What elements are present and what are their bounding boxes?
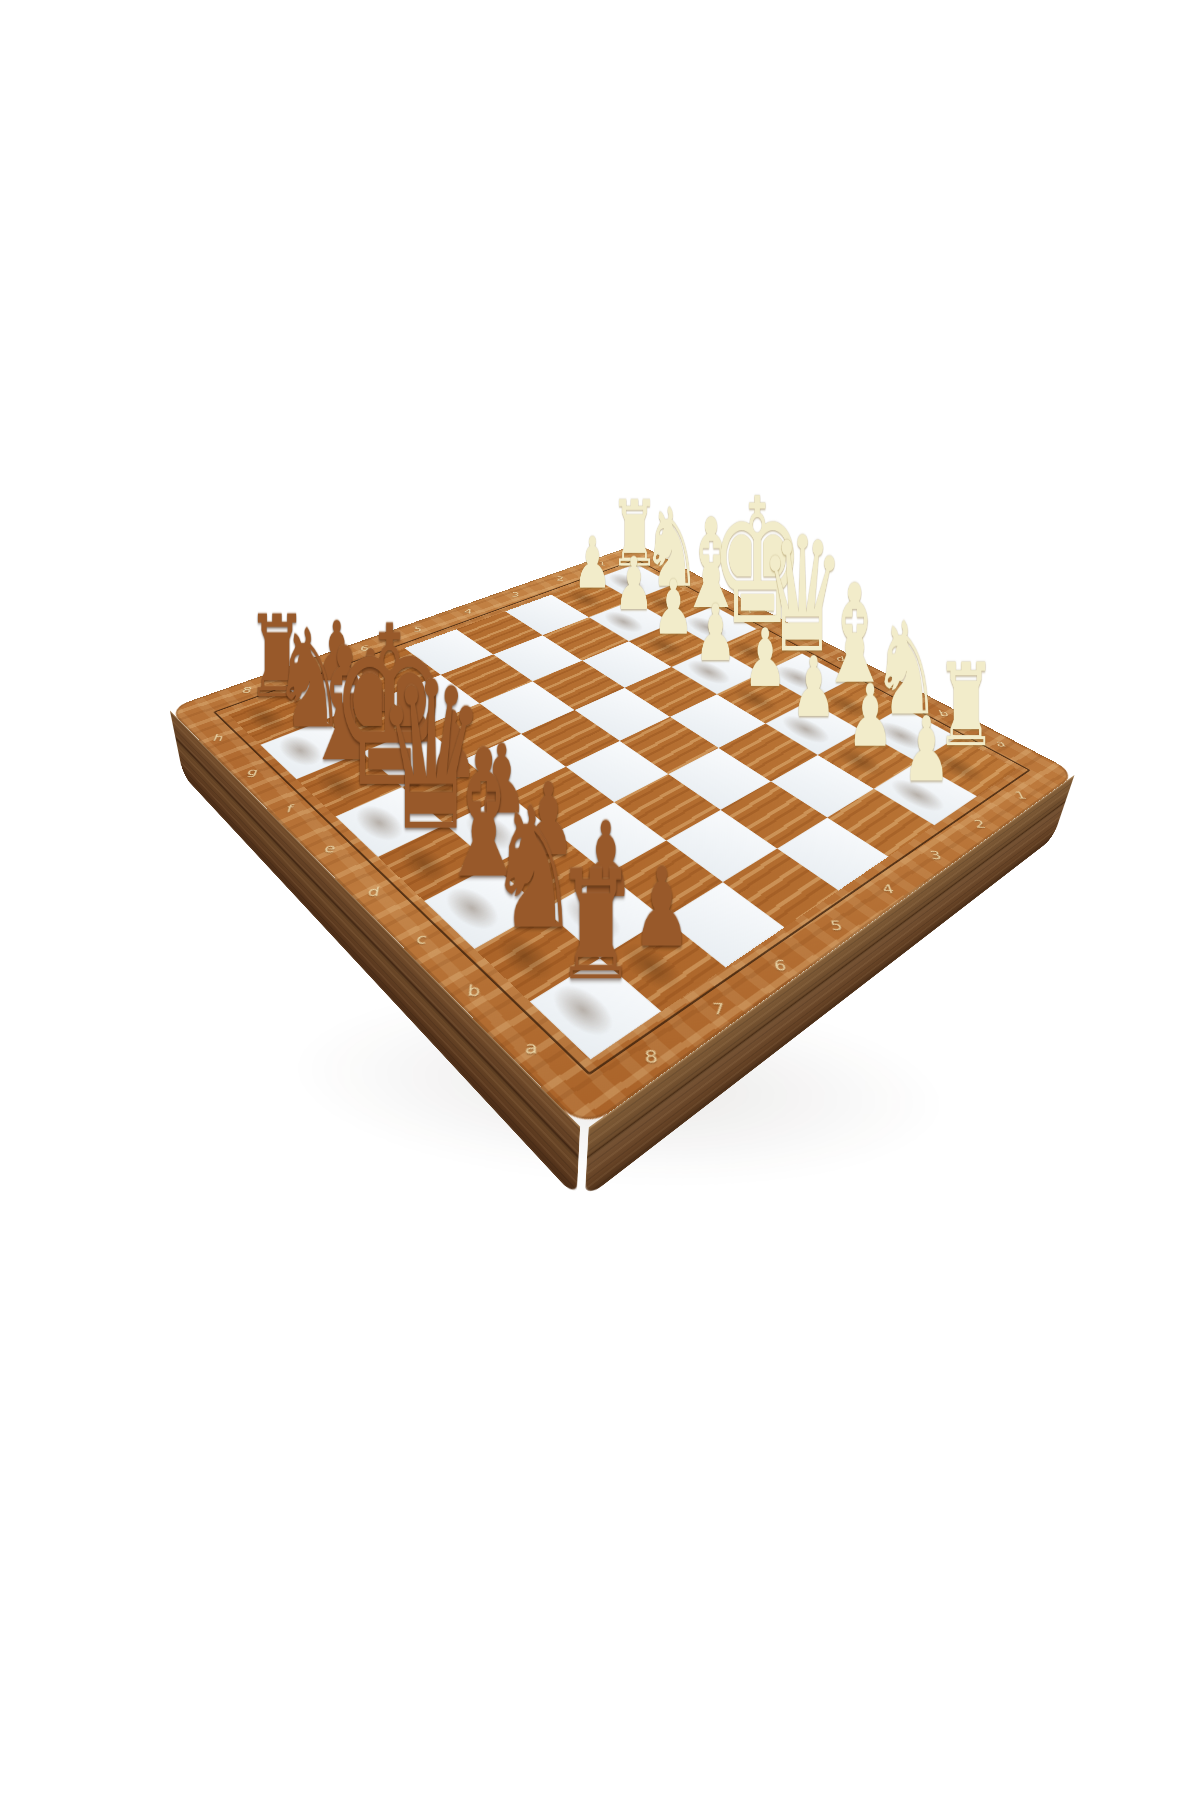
label-rank-7-lower-right-edge: 7 — [711, 1000, 726, 1019]
label-file-e-lower-left-edge: e — [323, 842, 337, 856]
label-file-g-lower-left-edge: g — [245, 766, 260, 778]
label-file-g-upper-right-edge: g — [704, 586, 713, 593]
label-rank-6-lower-right-edge: 6 — [772, 957, 787, 974]
label-rank-5-lower-right-edge: 5 — [829, 918, 845, 934]
label-file-h-upper-right-edge: h — [665, 565, 673, 572]
label-file-b-lower-left-edge: b — [467, 982, 481, 1000]
label-rank-1-lower-right-edge: 1 — [1013, 790, 1029, 802]
photo-stage: ♜♞♝♚♛♝♞♜♟♟♟♟♟♟♟♟♟♟♟♟♟♟♟♟♜♞♝♚♛♝♞♜ 11hh22g… — [0, 0, 1200, 1800]
label-file-f-lower-left-edge: f — [285, 802, 295, 815]
label-file-a-lower-left-edge: a — [525, 1038, 539, 1058]
piece-black-pawn-a7[interactable]: ♟ — [632, 853, 691, 962]
label-rank-4-lower-right-edge: 4 — [880, 882, 896, 897]
chess-board: ♜♞♝♚♛♝♞♜♟♟♟♟♟♟♟♟♟♟♟♟♟♟♟♟♜♞♝♚♛♝♞♜ 11hh22g… — [168, 544, 1076, 1131]
piece-white-pawn-f2[interactable]: ♟ — [653, 570, 694, 645]
piece-white-pawn-c2[interactable]: ♟ — [791, 645, 836, 728]
piece-white-pawn-e2[interactable]: ♟ — [695, 594, 737, 672]
label-file-c-lower-left-edge: c — [415, 931, 428, 948]
label-file-d-lower-left-edge: d — [366, 884, 381, 899]
label-rank-3-lower-right-edge: 3 — [928, 849, 944, 862]
piece-white-pawn-a2[interactable]: ♟ — [902, 704, 950, 794]
piece-black-rook-a8[interactable]: ♜ — [555, 851, 636, 1002]
perspective-scene: ♜♞♝♚♛♝♞♜♟♟♟♟♟♟♟♟♟♟♟♟♟♟♟♟♜♞♝♚♛♝♞♜ 11hh22g… — [0, 0, 1200, 1800]
label-rank-3-upper-left-edge: 3 — [511, 591, 520, 598]
label-rank-2-lower-right-edge: 2 — [972, 818, 988, 831]
piece-white-pawn-d2[interactable]: ♟ — [743, 618, 786, 698]
label-rank-1-upper-left-edge: 1 — [598, 560, 606, 567]
label-rank-4-upper-left-edge: 4 — [463, 608, 472, 616]
label-rank-2-upper-left-edge: 2 — [556, 575, 564, 582]
piece-white-pawn-g2[interactable]: ♟ — [614, 547, 653, 620]
label-rank-8-lower-right-edge: 8 — [644, 1047, 659, 1067]
piece-white-pawn-b2[interactable]: ♟ — [847, 672, 893, 758]
label-file-h-lower-left-edge: h — [211, 733, 226, 744]
squares-grid: ♜♞♝♚♛♝♞♜♟♟♟♟♟♟♟♟♟♟♟♟♟♟♟♟♜♞♝♚♛♝♞♜ — [227, 564, 1017, 1060]
camera-roll-wrapper: ♜♞♝♚♛♝♞♜♟♟♟♟♟♟♟♟♟♟♟♟♟♟♟♟♜♞♝♚♛♝♞♜ 11hh22g… — [0, 0, 1200, 1800]
